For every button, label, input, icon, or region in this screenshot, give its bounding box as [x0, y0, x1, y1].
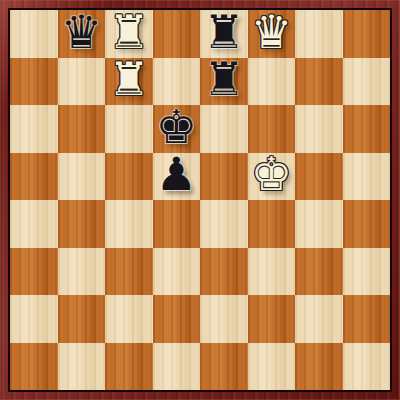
square-f1[interactable]	[248, 343, 296, 391]
square-c6[interactable]	[105, 105, 153, 153]
square-g6[interactable]	[295, 105, 343, 153]
square-b1[interactable]	[58, 343, 106, 391]
square-a8[interactable]	[10, 10, 58, 58]
square-a6[interactable]	[10, 105, 58, 153]
square-c4[interactable]	[105, 200, 153, 248]
board-inner-border: ♛♜♜♛♜♜♚♟♚	[8, 8, 392, 392]
square-e4[interactable]	[200, 200, 248, 248]
square-h3[interactable]	[343, 248, 391, 296]
square-c5[interactable]	[105, 153, 153, 201]
square-b3[interactable]	[58, 248, 106, 296]
square-f4[interactable]	[248, 200, 296, 248]
square-b8[interactable]: ♛	[58, 10, 106, 58]
piece-black-rook[interactable]: ♜	[203, 58, 244, 103]
square-g1[interactable]	[295, 343, 343, 391]
piece-white-rook[interactable]: ♜	[108, 10, 149, 55]
square-g5[interactable]	[295, 153, 343, 201]
piece-black-rook[interactable]: ♜	[203, 10, 244, 55]
piece-black-pawn[interactable]: ♟	[156, 153, 197, 198]
square-h1[interactable]	[343, 343, 391, 391]
square-d6[interactable]: ♚	[153, 105, 201, 153]
square-h2[interactable]	[343, 295, 391, 343]
square-c7[interactable]: ♜	[105, 58, 153, 106]
square-d1[interactable]	[153, 343, 201, 391]
square-a3[interactable]	[10, 248, 58, 296]
square-h7[interactable]	[343, 58, 391, 106]
square-b4[interactable]	[58, 200, 106, 248]
piece-white-king[interactable]: ♚	[251, 153, 292, 198]
square-e3[interactable]	[200, 248, 248, 296]
square-h6[interactable]	[343, 105, 391, 153]
square-d7[interactable]	[153, 58, 201, 106]
square-a5[interactable]	[10, 153, 58, 201]
square-c1[interactable]	[105, 343, 153, 391]
piece-white-rook[interactable]: ♜	[108, 58, 149, 103]
square-f7[interactable]	[248, 58, 296, 106]
square-e8[interactable]: ♜	[200, 10, 248, 58]
square-e1[interactable]	[200, 343, 248, 391]
square-h5[interactable]	[343, 153, 391, 201]
square-f8[interactable]: ♛	[248, 10, 296, 58]
square-h8[interactable]	[343, 10, 391, 58]
chess-board: ♛♜♜♛♜♜♚♟♚	[10, 10, 390, 390]
square-e6[interactable]	[200, 105, 248, 153]
square-h4[interactable]	[343, 200, 391, 248]
square-g2[interactable]	[295, 295, 343, 343]
square-d8[interactable]	[153, 10, 201, 58]
square-d3[interactable]	[153, 248, 201, 296]
square-f2[interactable]	[248, 295, 296, 343]
square-g4[interactable]	[295, 200, 343, 248]
square-e7[interactable]: ♜	[200, 58, 248, 106]
square-c8[interactable]: ♜	[105, 10, 153, 58]
square-g7[interactable]	[295, 58, 343, 106]
square-b7[interactable]	[58, 58, 106, 106]
square-d4[interactable]	[153, 200, 201, 248]
square-b6[interactable]	[58, 105, 106, 153]
square-b2[interactable]	[58, 295, 106, 343]
square-f6[interactable]	[248, 105, 296, 153]
square-d2[interactable]	[153, 295, 201, 343]
square-f3[interactable]	[248, 248, 296, 296]
square-g8[interactable]	[295, 10, 343, 58]
piece-white-queen[interactable]: ♛	[251, 10, 292, 55]
square-c2[interactable]	[105, 295, 153, 343]
square-b5[interactable]	[58, 153, 106, 201]
square-d5[interactable]: ♟	[153, 153, 201, 201]
piece-black-queen[interactable]: ♛	[61, 10, 102, 55]
board-frame: ♛♜♜♛♜♜♚♟♚	[0, 0, 400, 400]
piece-black-king[interactable]: ♚	[156, 105, 197, 150]
square-a2[interactable]	[10, 295, 58, 343]
square-g3[interactable]	[295, 248, 343, 296]
square-f5[interactable]: ♚	[248, 153, 296, 201]
square-a1[interactable]	[10, 343, 58, 391]
square-c3[interactable]	[105, 248, 153, 296]
square-e2[interactable]	[200, 295, 248, 343]
square-e5[interactable]	[200, 153, 248, 201]
square-a7[interactable]	[10, 58, 58, 106]
square-a4[interactable]	[10, 200, 58, 248]
